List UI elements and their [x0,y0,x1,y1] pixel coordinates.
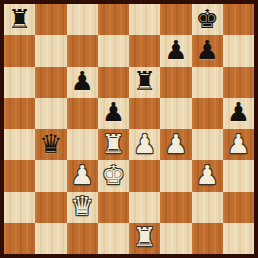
square-h1[interactable] [223,223,254,254]
square-h3[interactable] [223,160,254,191]
square-a7[interactable] [4,35,35,66]
piece-white-pawn: ♟ [164,131,187,157]
piece-black-rook: ♜ [8,6,31,32]
square-c4[interactable] [67,129,98,160]
square-g2[interactable] [192,192,223,223]
square-g8[interactable]: ♚ [192,4,223,35]
square-e2[interactable] [129,192,160,223]
square-e5[interactable] [129,98,160,129]
square-a4[interactable] [4,129,35,160]
square-b3[interactable] [35,160,66,191]
square-a8[interactable]: ♜ [4,4,35,35]
square-b2[interactable] [35,192,66,223]
square-g3[interactable]: ♟ [192,160,223,191]
square-d3[interactable]: ♚ [98,160,129,191]
square-d4[interactable]: ♜ [98,129,129,160]
square-h7[interactable] [223,35,254,66]
square-e1[interactable]: ♜ [129,223,160,254]
piece-black-pawn: ♟ [227,99,250,125]
square-f1[interactable] [160,223,191,254]
square-f7[interactable]: ♟ [160,35,191,66]
square-b4[interactable]: ♛ [35,129,66,160]
square-e4[interactable]: ♟ [129,129,160,160]
square-b5[interactable] [35,98,66,129]
square-g6[interactable] [192,67,223,98]
piece-white-rook: ♜ [102,131,125,157]
square-e3[interactable] [129,160,160,191]
piece-white-pawn: ♟ [133,131,156,157]
square-g4[interactable] [192,129,223,160]
chess-board-frame: ♜♚♟♟♟♜♟♟♛♜♟♟♟♟♚♟♛♜ [0,0,258,258]
square-e6[interactable]: ♜ [129,67,160,98]
square-g1[interactable] [192,223,223,254]
square-d7[interactable] [98,35,129,66]
piece-white-pawn: ♟ [70,162,93,188]
square-e7[interactable] [129,35,160,66]
square-d8[interactable] [98,4,129,35]
piece-black-pawn: ♟ [164,37,187,63]
square-g5[interactable] [192,98,223,129]
piece-black-pawn: ♟ [102,99,125,125]
piece-black-pawn: ♟ [70,68,93,94]
square-c5[interactable] [67,98,98,129]
square-c2[interactable]: ♛ [67,192,98,223]
square-d6[interactable] [98,67,129,98]
piece-black-king: ♚ [195,6,218,32]
square-c8[interactable] [67,4,98,35]
square-f3[interactable] [160,160,191,191]
square-c1[interactable] [67,223,98,254]
square-a3[interactable] [4,160,35,191]
chess-board: ♜♚♟♟♟♜♟♟♛♜♟♟♟♟♚♟♛♜ [4,4,254,254]
piece-white-king: ♚ [102,162,125,188]
square-f8[interactable] [160,4,191,35]
square-h2[interactable] [223,192,254,223]
square-d2[interactable] [98,192,129,223]
square-e8[interactable] [129,4,160,35]
square-c6[interactable]: ♟ [67,67,98,98]
piece-white-rook: ♜ [133,224,156,250]
square-c7[interactable] [67,35,98,66]
square-d1[interactable] [98,223,129,254]
piece-black-queen: ♛ [39,131,62,157]
square-d5[interactable]: ♟ [98,98,129,129]
piece-white-queen: ♛ [70,193,93,219]
square-a2[interactable] [4,192,35,223]
square-b6[interactable] [35,67,66,98]
piece-black-pawn: ♟ [195,37,218,63]
square-b1[interactable] [35,223,66,254]
square-a1[interactable] [4,223,35,254]
square-a5[interactable] [4,98,35,129]
square-g7[interactable]: ♟ [192,35,223,66]
square-b8[interactable] [35,4,66,35]
square-h5[interactable]: ♟ [223,98,254,129]
piece-white-pawn: ♟ [227,131,250,157]
square-f2[interactable] [160,192,191,223]
square-h8[interactable] [223,4,254,35]
square-f4[interactable]: ♟ [160,129,191,160]
square-h6[interactable] [223,67,254,98]
piece-black-rook: ♜ [133,68,156,94]
square-c3[interactable]: ♟ [67,160,98,191]
square-b7[interactable] [35,35,66,66]
piece-white-pawn: ♟ [195,162,218,188]
square-f5[interactable] [160,98,191,129]
square-a6[interactable] [4,67,35,98]
square-h4[interactable]: ♟ [223,129,254,160]
square-f6[interactable] [160,67,191,98]
